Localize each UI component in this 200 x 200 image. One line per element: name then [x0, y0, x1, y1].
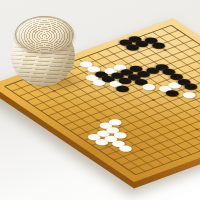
stone-bowl-lid — [15, 16, 74, 53]
go-game-photo: ●●●●●●●●●●●●●●●●●●●●●●●●●●●●●●●●●●●●●●●●… — [0, 0, 200, 200]
